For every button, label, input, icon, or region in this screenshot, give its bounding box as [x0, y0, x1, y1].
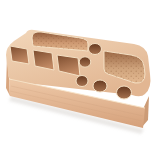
- round-hole-front-2: [93, 80, 107, 92]
- round-hole-upper-1: [89, 44, 102, 55]
- product-photo: [0, 0, 160, 160]
- round-hole-front-1: [76, 76, 88, 87]
- round-hole-upper-2: [79, 57, 91, 67]
- wooden-organizer-illustration: [0, 0, 160, 160]
- round-hole-front-3: [117, 86, 132, 99]
- square-compartment-small: [10, 46, 29, 64]
